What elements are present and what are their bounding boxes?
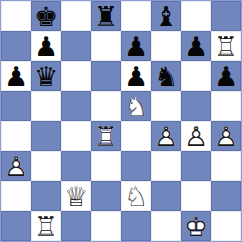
- square-f2[interactable]: [151, 181, 181, 211]
- piece-glyph-outline: ♘: [121, 181, 151, 211]
- square-a6[interactable]: ♟: [1, 61, 31, 91]
- black-pawn[interactable]: ♟: [181, 31, 211, 61]
- square-d8[interactable]: ♜: [91, 1, 121, 31]
- square-h5[interactable]: [211, 91, 241, 121]
- black-king[interactable]: ♚: [31, 1, 61, 31]
- square-c5[interactable]: [61, 91, 91, 121]
- piece-glyph: ♛: [31, 61, 61, 91]
- square-c1[interactable]: [61, 211, 91, 241]
- square-b6[interactable]: ♛: [31, 61, 61, 91]
- square-f3[interactable]: [151, 151, 181, 181]
- square-d6[interactable]: [91, 61, 121, 91]
- piece-glyph-outline: ♕: [61, 181, 91, 211]
- piece-glyph-outline: ♙: [181, 121, 211, 151]
- square-b2[interactable]: [31, 181, 61, 211]
- piece-glyph: ♟: [121, 31, 151, 61]
- piece-glyph-outline: ♔: [181, 211, 211, 241]
- square-f7[interactable]: [151, 31, 181, 61]
- white-pawn[interactable]: ♟♙: [181, 121, 211, 151]
- black-bishop[interactable]: ♝: [151, 1, 181, 31]
- square-a5[interactable]: [1, 91, 31, 121]
- white-pawn[interactable]: ♟♙: [211, 121, 241, 151]
- square-a4[interactable]: [1, 121, 31, 151]
- piece-glyph: ♟: [181, 31, 211, 61]
- square-g5[interactable]: [181, 91, 211, 121]
- piece-glyph-outline: ♙: [151, 121, 181, 151]
- piece-glyph-outline: ♙: [211, 121, 241, 151]
- square-b8[interactable]: ♚: [31, 1, 61, 31]
- square-b1[interactable]: ♜♖: [31, 211, 61, 241]
- square-d3[interactable]: [91, 151, 121, 181]
- piece-glyph-outline: ♖: [31, 211, 61, 241]
- square-c2[interactable]: ♛♕: [61, 181, 91, 211]
- white-pawn[interactable]: ♟♙: [1, 151, 31, 181]
- square-c4[interactable]: [61, 121, 91, 151]
- white-king[interactable]: ♚♔: [181, 211, 211, 241]
- square-f5[interactable]: [151, 91, 181, 121]
- square-e5[interactable]: ♞♘: [121, 91, 151, 121]
- square-b3[interactable]: [31, 151, 61, 181]
- square-d7[interactable]: [91, 31, 121, 61]
- square-f1[interactable]: [151, 211, 181, 241]
- square-a2[interactable]: [1, 181, 31, 211]
- white-knight[interactable]: ♞♘: [121, 181, 151, 211]
- black-pawn[interactable]: ♟: [121, 31, 151, 61]
- piece-glyph-outline: ♖: [91, 121, 121, 151]
- piece-glyph: ♞: [151, 61, 181, 91]
- square-g1[interactable]: ♚♔: [181, 211, 211, 241]
- square-h2[interactable]: [211, 181, 241, 211]
- square-g3[interactable]: [181, 151, 211, 181]
- square-b7[interactable]: ♟: [31, 31, 61, 61]
- piece-glyph: ♚: [31, 1, 61, 31]
- piece-glyph-outline: ♘: [121, 91, 151, 121]
- piece-glyph: ♟: [1, 61, 31, 91]
- piece-glyph-outline: ♙: [1, 151, 31, 181]
- square-h3[interactable]: [211, 151, 241, 181]
- square-e2[interactable]: ♞♘: [121, 181, 151, 211]
- square-e8[interactable]: [121, 1, 151, 31]
- square-e4[interactable]: [121, 121, 151, 151]
- square-e1[interactable]: [121, 211, 151, 241]
- square-b5[interactable]: [31, 91, 61, 121]
- square-a1[interactable]: [1, 211, 31, 241]
- square-h4[interactable]: ♟♙: [211, 121, 241, 151]
- square-h7[interactable]: ♜♖: [211, 31, 241, 61]
- square-h8[interactable]: [211, 1, 241, 31]
- black-rook[interactable]: ♜: [91, 1, 121, 31]
- square-c6[interactable]: [61, 61, 91, 91]
- piece-glyph: ♟: [31, 31, 61, 61]
- piece-glyph: ♟: [121, 61, 151, 91]
- square-h6[interactable]: ♟: [211, 61, 241, 91]
- square-a7[interactable]: [1, 31, 31, 61]
- square-d5[interactable]: [91, 91, 121, 121]
- black-knight[interactable]: ♞: [151, 61, 181, 91]
- white-rook[interactable]: ♜♖: [211, 31, 241, 61]
- square-d2[interactable]: [91, 181, 121, 211]
- square-d4[interactable]: ♜♖: [91, 121, 121, 151]
- white-pawn[interactable]: ♟♙: [151, 121, 181, 151]
- piece-glyph: ♜: [91, 1, 121, 31]
- piece-glyph-outline: ♖: [211, 31, 241, 61]
- black-pawn[interactable]: ♟: [1, 61, 31, 91]
- white-rook[interactable]: ♜♖: [31, 211, 61, 241]
- square-a8[interactable]: [1, 1, 31, 31]
- white-rook[interactable]: ♜♖: [91, 121, 121, 151]
- square-c3[interactable]: [61, 151, 91, 181]
- piece-glyph: ♟: [211, 61, 241, 91]
- square-f4[interactable]: ♟♙: [151, 121, 181, 151]
- square-g2[interactable]: [181, 181, 211, 211]
- black-pawn[interactable]: ♟: [121, 61, 151, 91]
- square-h1[interactable]: [211, 211, 241, 241]
- square-e3[interactable]: [121, 151, 151, 181]
- square-f6[interactable]: ♞: [151, 61, 181, 91]
- square-g8[interactable]: [181, 1, 211, 31]
- piece-glyph: ♝: [151, 1, 181, 31]
- square-g6[interactable]: [181, 61, 211, 91]
- square-g4[interactable]: ♟♙: [181, 121, 211, 151]
- square-b4[interactable]: [31, 121, 61, 151]
- square-d1[interactable]: [91, 211, 121, 241]
- square-g7[interactable]: ♟: [181, 31, 211, 61]
- black-queen[interactable]: ♛: [31, 61, 61, 91]
- square-f8[interactable]: ♝: [151, 1, 181, 31]
- black-pawn[interactable]: ♟: [211, 61, 241, 91]
- square-e6[interactable]: ♟: [121, 61, 151, 91]
- chess-board: ♚♜♝♟♟♟♜♖♟♛♟♞♟♞♘♜♖♟♙♟♙♟♙♟♙♛♕♞♘♜♖♚♔: [0, 0, 242, 242]
- square-e7[interactable]: ♟: [121, 31, 151, 61]
- white-queen[interactable]: ♛♕: [61, 181, 91, 211]
- square-a3[interactable]: ♟♙: [1, 151, 31, 181]
- white-knight[interactable]: ♞♘: [121, 91, 151, 121]
- square-c8[interactable]: [61, 1, 91, 31]
- square-c7[interactable]: [61, 31, 91, 61]
- black-pawn[interactable]: ♟: [31, 31, 61, 61]
